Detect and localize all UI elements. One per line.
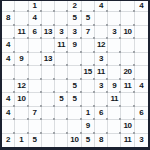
cell-r6c6[interactable]: [68, 66, 81, 80]
clue-number: 11: [124, 136, 132, 144]
cell-r10c8[interactable]: [95, 120, 108, 134]
cell-r11c3[interactable]: 5: [29, 134, 42, 148]
cell-r5c7[interactable]: [82, 53, 95, 67]
clue-number: 5: [72, 95, 76, 103]
cell-r6c9[interactable]: [108, 66, 121, 80]
cell-r3c8[interactable]: [95, 26, 108, 40]
clue-number: 13: [44, 55, 52, 63]
cell-r5c1[interactable]: 4: [2, 53, 15, 67]
cell-r4c7[interactable]: [82, 39, 95, 53]
cell-r6c3[interactable]: [29, 66, 42, 80]
clue-number: 9: [112, 82, 116, 90]
cell-r5c9[interactable]: [108, 53, 121, 67]
cell-r6c2[interactable]: [15, 66, 28, 80]
clue-number: 5: [72, 82, 76, 90]
cell-r1c6[interactable]: 2: [68, 1, 81, 12]
cell-r11c8[interactable]: 8: [95, 134, 108, 148]
cell-r9c7[interactable]: 1: [82, 107, 95, 121]
clue-number: 3: [72, 28, 76, 36]
cell-r4c2[interactable]: [15, 39, 28, 53]
puzzle-grid: 1244845511613337310411912491331511201253…: [2, 1, 148, 147]
clue-number: 10: [123, 28, 131, 36]
cell-r11c11[interactable]: 3: [135, 134, 148, 148]
cell-r3c4[interactable]: 13: [42, 26, 55, 40]
clue-number: 3: [59, 28, 63, 36]
clue-number: 3: [139, 136, 143, 144]
clue-number: 11: [110, 95, 118, 103]
cell-r3c5[interactable]: 3: [55, 26, 68, 40]
cell-r4c4[interactable]: [42, 39, 55, 53]
cell-r4c6[interactable]: 9: [68, 39, 81, 53]
cell-r4c10[interactable]: [121, 39, 134, 53]
cell-r3c11[interactable]: [135, 26, 148, 40]
cell-r7c11[interactable]: 4: [135, 80, 148, 94]
clue-number: 3: [99, 55, 103, 63]
cell-r11c4[interactable]: [42, 134, 55, 148]
clue-number: 8: [6, 14, 10, 22]
cell-r2c9[interactable]: [108, 12, 121, 26]
cell-r1c2[interactable]: [15, 1, 28, 12]
clue-number: 11: [124, 82, 132, 90]
clue-number: 4: [6, 95, 10, 103]
cell-r6c5[interactable]: [55, 66, 68, 80]
cell-r2c11[interactable]: [135, 12, 148, 26]
cell-r11c7[interactable]: 5: [82, 134, 95, 148]
clue-number: 2: [6, 136, 10, 144]
cell-r2c6[interactable]: 5: [68, 12, 81, 26]
cell-r2c2[interactable]: [15, 12, 28, 26]
clue-number: 4: [6, 55, 10, 63]
cell-r9c3[interactable]: 7: [29, 107, 42, 121]
cell-r3c6[interactable]: 3: [68, 26, 81, 40]
clue-number: 1: [33, 2, 37, 10]
cell-r8c7[interactable]: [82, 93, 95, 107]
cell-r7c1[interactable]: [2, 80, 15, 94]
cell-r1c9[interactable]: [108, 1, 121, 12]
clue-number: 13: [44, 28, 52, 36]
clue-number: 10: [123, 122, 131, 130]
cell-r8c4[interactable]: [42, 93, 55, 107]
clue-number: 4: [6, 109, 10, 117]
cell-r9c6[interactable]: [68, 107, 81, 121]
cell-r8c10[interactable]: [121, 93, 134, 107]
cell-r8c3[interactable]: [29, 93, 42, 107]
cell-r7c2[interactable]: 12: [15, 80, 28, 94]
cell-r11c6[interactable]: 10: [68, 134, 81, 148]
clue-number: 12: [97, 41, 105, 49]
cell-r5c8[interactable]: 3: [95, 53, 108, 67]
cell-r10c6[interactable]: [68, 120, 81, 134]
clue-number: 6: [99, 109, 103, 117]
clue-number: 3: [112, 28, 116, 36]
clue-number: 1: [19, 136, 23, 144]
cell-r11c5[interactable]: [55, 134, 68, 148]
cell-r10c3[interactable]: [29, 120, 42, 134]
cell-r11c9[interactable]: [108, 134, 121, 148]
clue-number: 11: [57, 41, 65, 49]
cell-r2c3[interactable]: 4: [29, 12, 42, 26]
clue-number: 11: [97, 68, 105, 76]
clue-number: 7: [86, 28, 90, 36]
cell-r1c8[interactable]: 4: [95, 1, 108, 12]
cell-r11c1[interactable]: 2: [2, 134, 15, 148]
cell-r7c7[interactable]: [82, 80, 95, 94]
cell-r6c7[interactable]: 15: [82, 66, 95, 80]
cell-r1c3[interactable]: 1: [29, 1, 42, 12]
cell-r4c11[interactable]: [135, 39, 148, 53]
clue-number: 10: [70, 136, 78, 144]
cell-r9c4[interactable]: [42, 107, 55, 121]
cell-r5c2[interactable]: 9: [15, 53, 28, 67]
clue-number: 2: [72, 2, 76, 10]
clue-number: 9: [86, 122, 90, 130]
cell-r10c2[interactable]: [15, 120, 28, 134]
clue-number: 4: [139, 82, 143, 90]
cell-r4c3[interactable]: [29, 39, 42, 53]
cell-r7c9[interactable]: 9: [108, 80, 121, 94]
cell-r3c7[interactable]: 7: [82, 26, 95, 40]
cell-r6c11[interactable]: [135, 66, 148, 80]
cell-r4c9[interactable]: [108, 39, 121, 53]
cell-r5c6[interactable]: [68, 53, 81, 67]
cell-r8c9[interactable]: 11: [108, 93, 121, 107]
cell-r10c4[interactable]: [42, 120, 55, 134]
clue-number: 7: [33, 109, 37, 117]
cell-r4c5[interactable]: 11: [55, 39, 68, 53]
cell-r7c5[interactable]: [55, 80, 68, 94]
cell-r7c10[interactable]: 11: [121, 80, 134, 94]
cell-r8c1[interactable]: 4: [2, 93, 15, 107]
cell-r5c11[interactable]: [135, 53, 148, 67]
cell-r7c8[interactable]: 3: [95, 80, 108, 94]
cell-r2c1[interactable]: 8: [2, 12, 15, 26]
cell-r9c2[interactable]: [15, 107, 28, 121]
cell-r5c3[interactable]: [29, 53, 42, 67]
cell-r4c1[interactable]: 4: [2, 39, 15, 53]
cell-r1c11[interactable]: 4: [135, 1, 148, 12]
clue-number: 12: [17, 82, 25, 90]
cell-r3c9[interactable]: 3: [108, 26, 121, 40]
cell-r11c2[interactable]: 1: [15, 134, 28, 148]
cell-r3c10[interactable]: 10: [121, 26, 134, 40]
puzzle-board: 1244845511613337310411912491331511201253…: [0, 0, 150, 150]
clue-number: 9: [19, 55, 23, 63]
clue-number: 5: [72, 14, 76, 22]
cell-r2c4[interactable]: [42, 12, 55, 26]
cell-r5c5[interactable]: [55, 53, 68, 67]
cell-r3c3[interactable]: 6: [29, 26, 42, 40]
cell-r10c7[interactable]: 9: [82, 120, 95, 134]
cell-r7c6[interactable]: 5: [68, 80, 81, 94]
clue-number: 4: [99, 2, 103, 10]
clue-number: 5: [59, 95, 63, 103]
cell-r8c2[interactable]: 10: [15, 93, 28, 107]
cell-r1c10[interactable]: [121, 1, 134, 12]
clue-number: 5: [86, 136, 90, 144]
cell-r9c11[interactable]: 6: [135, 107, 148, 121]
clue-number: 1: [86, 109, 90, 117]
clue-number: 9: [72, 41, 76, 49]
cell-r3c1[interactable]: [2, 26, 15, 40]
cell-r8c11[interactable]: [135, 93, 148, 107]
cell-r1c5[interactable]: [55, 1, 68, 12]
cell-r9c10[interactable]: [121, 107, 134, 121]
clue-number: 3: [99, 82, 103, 90]
clue-number: 4: [139, 2, 143, 10]
cell-r10c9[interactable]: [108, 120, 121, 134]
cell-r2c10[interactable]: [121, 12, 134, 26]
cell-r1c7[interactable]: [82, 1, 95, 12]
clue-number: 6: [33, 28, 37, 36]
cell-r4c8[interactable]: 12: [95, 39, 108, 53]
clue-number: 11: [17, 28, 25, 36]
cell-r9c5[interactable]: [55, 107, 68, 121]
cell-r6c10[interactable]: 20: [121, 66, 134, 80]
clue-number: 4: [6, 41, 10, 49]
cell-r1c4[interactable]: [42, 1, 55, 12]
clue-number: 20: [123, 68, 131, 76]
cell-r10c11[interactable]: [135, 120, 148, 134]
cell-r3c2[interactable]: 11: [15, 26, 28, 40]
cell-r9c1[interactable]: 4: [2, 107, 15, 121]
cell-r5c4[interactable]: 13: [42, 53, 55, 67]
cell-r6c1[interactable]: [2, 66, 15, 80]
clue-number: 5: [33, 136, 37, 144]
cell-r9c8[interactable]: 6: [95, 107, 108, 121]
clue-number: 6: [139, 109, 143, 117]
clue-number: 4: [33, 14, 37, 22]
cell-r10c10[interactable]: 10: [121, 120, 134, 134]
cell-r10c1[interactable]: [2, 120, 15, 134]
cell-r11c10[interactable]: 11: [121, 134, 134, 148]
clue-number: 8: [99, 136, 103, 144]
cell-r7c3[interactable]: [29, 80, 42, 94]
cell-r5c10[interactable]: [121, 53, 134, 67]
cell-r6c8[interactable]: 11: [95, 66, 108, 80]
clue-number: 5: [86, 14, 90, 22]
cell-r1c1[interactable]: [2, 1, 15, 12]
cell-r2c5[interactable]: [55, 12, 68, 26]
cell-r9c9[interactable]: [108, 107, 121, 121]
cell-r7c4[interactable]: [42, 80, 55, 94]
cell-r10c5[interactable]: [55, 120, 68, 134]
cell-r6c4[interactable]: [42, 66, 55, 80]
cell-r8c8[interactable]: [95, 93, 108, 107]
cell-r2c7[interactable]: 5: [82, 12, 95, 26]
clue-number: 10: [17, 95, 25, 103]
cell-r2c8[interactable]: [95, 12, 108, 26]
cell-r8c5[interactable]: 5: [55, 93, 68, 107]
clue-number: 15: [84, 68, 92, 76]
cell-r8c6[interactable]: 5: [68, 93, 81, 107]
